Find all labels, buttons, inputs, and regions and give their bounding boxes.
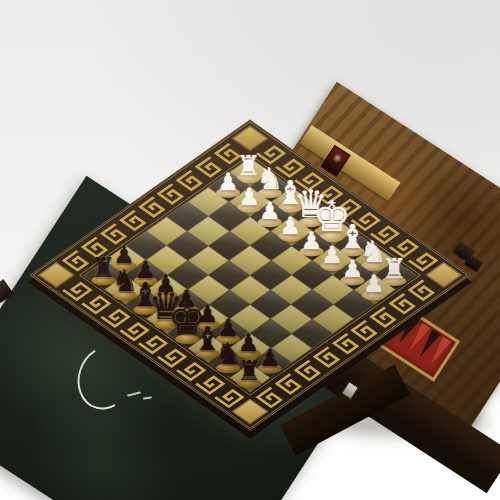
chess-set-photo-scene: ♜♞♝♛♚♝♞♜♟♟♟♟♟♟♟♟♟♟♟♟♟♟♟♟♜♞♝♛♚♝♞♜ (0, 0, 500, 500)
black-rook: ♜ (227, 357, 271, 384)
